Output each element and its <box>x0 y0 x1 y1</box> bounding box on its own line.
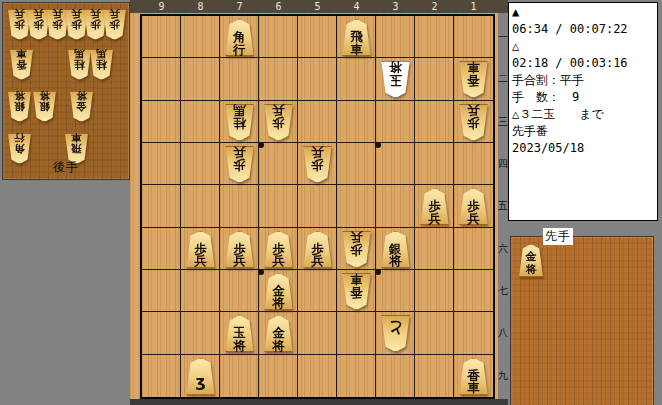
piece-kanji: 将 <box>76 91 87 102</box>
sente-金将-6-8[interactable]: 金将 <box>263 315 294 352</box>
piece-kanji: 将 <box>272 340 285 353</box>
square-3-1[interactable] <box>376 16 415 58</box>
square-9-5[interactable] <box>142 185 181 227</box>
piece-face: 香車 <box>458 61 489 98</box>
file-label-9: 9 <box>142 0 181 13</box>
piece-kanji: 歩 <box>311 158 324 171</box>
piece-kanji: 将 <box>233 340 246 353</box>
sente-marker: ▲ <box>512 4 654 21</box>
sente-桂馬-8-9[interactable]: ʒ <box>185 358 216 395</box>
piece-face: 桂馬 <box>224 104 255 141</box>
piece-kanji: 車 <box>71 133 82 144</box>
square-7-7[interactable] <box>220 270 259 312</box>
square-9-4[interactable] <box>142 143 181 185</box>
rank-label-9: 九 <box>498 355 508 397</box>
sente-歩兵-1-5[interactable]: 歩兵 <box>458 188 489 225</box>
square-9-3[interactable] <box>142 101 181 143</box>
piece-kanji: 兵 <box>33 9 44 20</box>
piece-face: 角行 <box>7 133 32 164</box>
gote-歩兵-4-6[interactable]: 歩兵 <box>341 231 372 268</box>
board-bottom-shadow <box>130 399 508 405</box>
rank-label-5: 五 <box>498 185 508 227</box>
sente-玉将-7-8[interactable]: 玉将 <box>224 315 255 352</box>
piece-kanji: 馬 <box>74 49 85 60</box>
piece-kanji: 将 <box>389 61 402 74</box>
piece-face: 銀将 <box>32 91 57 122</box>
square-9-6[interactable] <box>142 228 181 270</box>
star-point <box>375 142 381 148</box>
gote-桂馬-7-3[interactable]: 桂馬 <box>224 104 255 141</box>
piece-kanji: 銀 <box>14 102 25 113</box>
piece-face: 金将 <box>69 91 94 122</box>
piece-kanji: 歩 <box>109 20 120 31</box>
piece-face: 香車 <box>458 358 489 395</box>
square-1-4[interactable] <box>454 143 493 185</box>
piece-face: 金将 <box>263 315 294 352</box>
square-5-1[interactable] <box>298 16 337 58</box>
square-7-5[interactable] <box>220 185 259 227</box>
gote-hand-角行[interactable]: 角行 <box>7 133 32 164</box>
square-8-1[interactable] <box>181 16 220 58</box>
piece-kanji: 兵 <box>233 146 246 159</box>
gote-captured-pieces-tray[interactable]: 歩兵歩兵歩兵歩兵歩兵歩兵香車桂馬桂馬銀将銀将金将角行飛車 後手 <box>2 2 130 180</box>
piece-face: 玉将 <box>224 315 255 352</box>
sente-銀将-3-6[interactable]: 銀将 <box>380 231 411 268</box>
piece-kanji: 兵 <box>52 9 63 20</box>
sente-歩兵-5-6[interactable]: 歩兵 <box>302 231 333 268</box>
rank-label-8: 八 <box>498 312 508 354</box>
piece-kanji: 将 <box>39 91 50 102</box>
file-label-4: 4 <box>337 0 376 13</box>
piece-face: 桂馬 <box>89 49 114 80</box>
square-7-9[interactable] <box>220 355 259 397</box>
piece-face: 玉将 <box>380 61 411 98</box>
piece-kanji: 桂 <box>96 60 107 71</box>
piece-kanji: 歩 <box>350 243 363 256</box>
piece-kanji: 行 <box>233 44 246 57</box>
square-6-9[interactable] <box>259 355 298 397</box>
gote-hand-歩兵[interactable]: 歩兵 <box>102 9 127 40</box>
gote-歩兵-1-3[interactable]: 歩兵 <box>458 104 489 141</box>
square-2-7[interactable] <box>415 270 454 312</box>
square-2-4[interactable] <box>415 143 454 185</box>
piece-kanji: ʒ <box>195 374 205 395</box>
gote-player-label: 後手 <box>53 159 79 176</box>
shogi-app-window: 歩兵歩兵歩兵歩兵歩兵歩兵香車桂馬桂馬銀将銀将金将角行飛車 後手 98765432… <box>0 0 662 405</box>
gote-歩兵-7-4[interactable]: 歩兵 <box>224 146 255 183</box>
gote-marker: △ <box>512 38 654 55</box>
rank-label-3: 三 <box>498 101 508 143</box>
piece-kanji: 将 <box>272 297 285 310</box>
star-point <box>258 142 264 148</box>
piece-face: 歩兵 <box>341 231 372 268</box>
rank-label-2: 二 <box>498 58 508 100</box>
square-4-4[interactable] <box>337 143 376 185</box>
square-3-9[interactable] <box>376 355 415 397</box>
rank-label-7: 七 <box>498 270 508 312</box>
piece-kanji: 車 <box>16 49 27 60</box>
piece-face: ʒ <box>185 358 216 395</box>
game-info-panel: ▲06:34 / 00:07:22△02:18 / 00:03:16手合割：平手… <box>508 2 658 221</box>
game-date: 2023/05/18 <box>512 140 654 157</box>
piece-kanji: 馬 <box>96 49 107 60</box>
piece-face: 歩兵 <box>102 9 127 40</box>
piece-kanji: 歩 <box>52 20 63 31</box>
shogi-board-panel: 987654321 角行飛車玉将香車桂馬歩兵歩兵歩兵歩兵歩兵歩兵歩兵歩兵歩兵歩兵… <box>130 0 508 399</box>
file-label-2: 2 <box>415 0 454 13</box>
piece-face: 角行 <box>224 19 255 56</box>
square-5-9[interactable] <box>298 355 337 397</box>
square-3-5[interactable] <box>376 185 415 227</box>
square-2-3[interactable] <box>415 101 454 143</box>
square-5-3[interactable] <box>298 101 337 143</box>
rank-coordinate-column: 一二三四五六七八九 <box>498 13 508 399</box>
handicap: 手合割：平手 <box>512 72 654 89</box>
piece-kanji: 車 <box>350 273 363 286</box>
piece-kanji: 車 <box>467 61 480 74</box>
piece-face: と <box>380 315 411 352</box>
gote-玉将-3-2[interactable]: 玉将 <box>380 61 411 98</box>
piece-kanji: 角 <box>14 144 25 155</box>
square-3-7[interactable] <box>376 270 415 312</box>
square-9-2[interactable] <box>142 58 181 100</box>
gote-hand-金将[interactable]: 金将 <box>69 91 94 122</box>
piece-kanji: 銀 <box>39 102 50 113</box>
square-6-1[interactable] <box>259 16 298 58</box>
square-8-2[interactable] <box>181 58 220 100</box>
piece-kanji: 兵 <box>311 146 324 159</box>
piece-face: 歩兵 <box>458 188 489 225</box>
piece-face: 歩兵 <box>419 188 450 225</box>
piece-kanji: 兵 <box>194 255 207 268</box>
piece-face: 歩兵 <box>185 231 216 268</box>
square-6-4[interactable] <box>259 143 298 185</box>
square-3-3[interactable] <box>376 101 415 143</box>
square-9-7[interactable] <box>142 270 181 312</box>
piece-kanji: 香 <box>467 74 480 87</box>
sente-player-label: 先手 <box>543 228 573 245</box>
piece-face: 歩兵 <box>263 231 294 268</box>
rank-label-6: 六 <box>498 228 508 270</box>
file-label-5: 5 <box>298 0 337 13</box>
sente-hand-金将[interactable]: 金将 <box>518 244 544 277</box>
board-wood-background: 角行飛車玉将香車桂馬歩兵歩兵歩兵歩兵歩兵歩兵歩兵歩兵歩兵歩兵歩兵銀将金将香車玉将… <box>130 13 498 399</box>
square-8-7[interactable] <box>181 270 220 312</box>
file-label-7: 7 <box>220 0 259 13</box>
piece-face: 歩兵 <box>302 146 333 183</box>
piece-kanji: 歩 <box>233 158 246 171</box>
piece-face: 金将 <box>263 273 294 310</box>
square-8-8[interactable] <box>181 312 220 354</box>
square-4-3[interactable] <box>337 101 376 143</box>
piece-face: 歩兵 <box>263 104 294 141</box>
sente-歩兵-2-5[interactable]: 歩兵 <box>419 188 450 225</box>
piece-kanji: 歩 <box>467 116 480 129</box>
gote-香車-4-7[interactable]: 香車 <box>341 273 372 310</box>
star-point <box>375 269 381 275</box>
square-8-4[interactable] <box>181 143 220 185</box>
piece-kanji: 兵 <box>428 213 441 226</box>
sente-金将-6-7[interactable]: 金将 <box>263 273 294 310</box>
piece-face: 銀将 <box>380 231 411 268</box>
sente-captured-pieces-tray[interactable]: 先手 金将 <box>510 236 654 405</box>
piece-kanji: 玉 <box>389 74 402 87</box>
piece-kanji: 兵 <box>350 231 363 244</box>
file-label-6: 6 <box>259 0 298 13</box>
gote-hand-桂馬[interactable]: 桂馬 <box>89 49 114 80</box>
square-4-5[interactable] <box>337 185 376 227</box>
gote-hand-香車[interactable]: 香車 <box>9 49 34 80</box>
move-count: 手 数： 9 <box>512 89 654 106</box>
square-6-2[interactable] <box>259 58 298 100</box>
square-5-7[interactable] <box>298 270 337 312</box>
gote-歩兵-6-3[interactable]: 歩兵 <box>263 104 294 141</box>
piece-face: 歩兵 <box>302 231 333 268</box>
square-1-1[interactable] <box>454 16 493 58</box>
piece-kanji: 桂 <box>74 60 85 71</box>
gote-と金-3-8[interactable]: と <box>380 315 411 352</box>
gote-hand-銀将[interactable]: 銀将 <box>7 91 32 122</box>
piece-kanji: 歩 <box>71 20 82 31</box>
piece-kanji: 兵 <box>311 255 324 268</box>
gote-hand-銀将[interactable]: 銀将 <box>32 91 57 122</box>
sente-歩兵-8-6[interactable]: 歩兵 <box>185 231 216 268</box>
sente-歩兵-6-6[interactable]: 歩兵 <box>263 231 294 268</box>
square-8-3[interactable] <box>181 101 220 143</box>
square-8-5[interactable] <box>181 185 220 227</box>
piece-face: 香車 <box>341 273 372 310</box>
square-9-8[interactable] <box>142 312 181 354</box>
piece-kanji: 兵 <box>467 104 480 117</box>
piece-kanji: 歩 <box>33 20 44 31</box>
piece-kanji: 桂 <box>233 116 246 129</box>
rank-label-4: 四 <box>498 143 508 185</box>
gote-歩兵-5-4[interactable]: 歩兵 <box>302 146 333 183</box>
piece-kanji: 歩 <box>90 20 101 31</box>
piece-kanji: 歩 <box>14 20 25 31</box>
piece-kanji: と <box>387 315 403 336</box>
piece-kanji: 兵 <box>233 255 246 268</box>
square-4-2[interactable] <box>337 58 376 100</box>
piece-kanji: 将 <box>526 264 537 277</box>
sente-角行-7-1[interactable]: 角行 <box>224 19 255 56</box>
square-4-9[interactable] <box>337 355 376 397</box>
piece-face: 飛車 <box>341 19 372 56</box>
sente-香車-1-9[interactable]: 香車 <box>458 358 489 395</box>
piece-face: 歩兵 <box>224 146 255 183</box>
square-5-2[interactable] <box>298 58 337 100</box>
piece-kanji: 金 <box>76 102 87 113</box>
square-2-8[interactable] <box>415 312 454 354</box>
sente-飛車-4-1[interactable]: 飛車 <box>341 19 372 56</box>
piece-kanji: 兵 <box>467 213 480 226</box>
file-label-1: 1 <box>454 0 493 13</box>
file-label-8: 8 <box>181 0 220 13</box>
square-7-2[interactable] <box>220 58 259 100</box>
square-9-9[interactable] <box>142 355 181 397</box>
last-move: △３二玉 まで <box>512 106 654 123</box>
square-5-5[interactable] <box>298 185 337 227</box>
rank-label-1: 一 <box>498 16 508 58</box>
square-3-4[interactable] <box>376 143 415 185</box>
square-4-8[interactable] <box>337 312 376 354</box>
square-2-9[interactable] <box>415 355 454 397</box>
square-1-6[interactable] <box>454 228 493 270</box>
piece-kanji: 兵 <box>109 9 120 20</box>
piece-face: 歩兵 <box>224 231 255 268</box>
piece-face: 歩兵 <box>458 104 489 141</box>
sente-歩兵-7-6[interactable]: 歩兵 <box>224 231 255 268</box>
square-2-6[interactable] <box>415 228 454 270</box>
piece-kanji: 将 <box>389 255 402 268</box>
piece-kanji: 兵 <box>272 255 285 268</box>
piece-kanji: 兵 <box>272 104 285 117</box>
square-6-5[interactable] <box>259 185 298 227</box>
square-2-2[interactable] <box>415 58 454 100</box>
square-5-8[interactable] <box>298 312 337 354</box>
piece-kanji: 香 <box>350 285 363 298</box>
piece-face: 香車 <box>9 49 34 80</box>
piece-kanji: 馬 <box>233 104 246 117</box>
gote-香車-1-2[interactable]: 香車 <box>458 61 489 98</box>
piece-kanji: 兵 <box>14 9 25 20</box>
piece-kanji: 行 <box>14 133 25 144</box>
sente-clock: 06:34 / 00:07:22 <box>512 21 654 38</box>
square-1-8[interactable] <box>454 312 493 354</box>
piece-kanji: 兵 <box>71 9 82 20</box>
file-coordinate-strip: 987654321 <box>130 0 508 13</box>
piece-kanji: 兵 <box>90 9 101 20</box>
piece-kanji: 飛 <box>71 144 82 155</box>
square-9-1[interactable] <box>142 16 181 58</box>
piece-kanji: 歩 <box>272 116 285 129</box>
piece-kanji: 車 <box>350 44 363 57</box>
piece-kanji: 香 <box>16 60 27 71</box>
file-label-3: 3 <box>376 0 415 13</box>
piece-kanji: 将 <box>14 91 25 102</box>
gote-clock: 02:18 / 00:03:16 <box>512 55 654 72</box>
turn-indicator: 先手番 <box>512 123 654 140</box>
piece-face: 銀将 <box>7 91 32 122</box>
piece-kanji: 車 <box>467 382 480 395</box>
square-2-1[interactable] <box>415 16 454 58</box>
piece-face: 金将 <box>518 244 544 277</box>
square-1-7[interactable] <box>454 270 493 312</box>
